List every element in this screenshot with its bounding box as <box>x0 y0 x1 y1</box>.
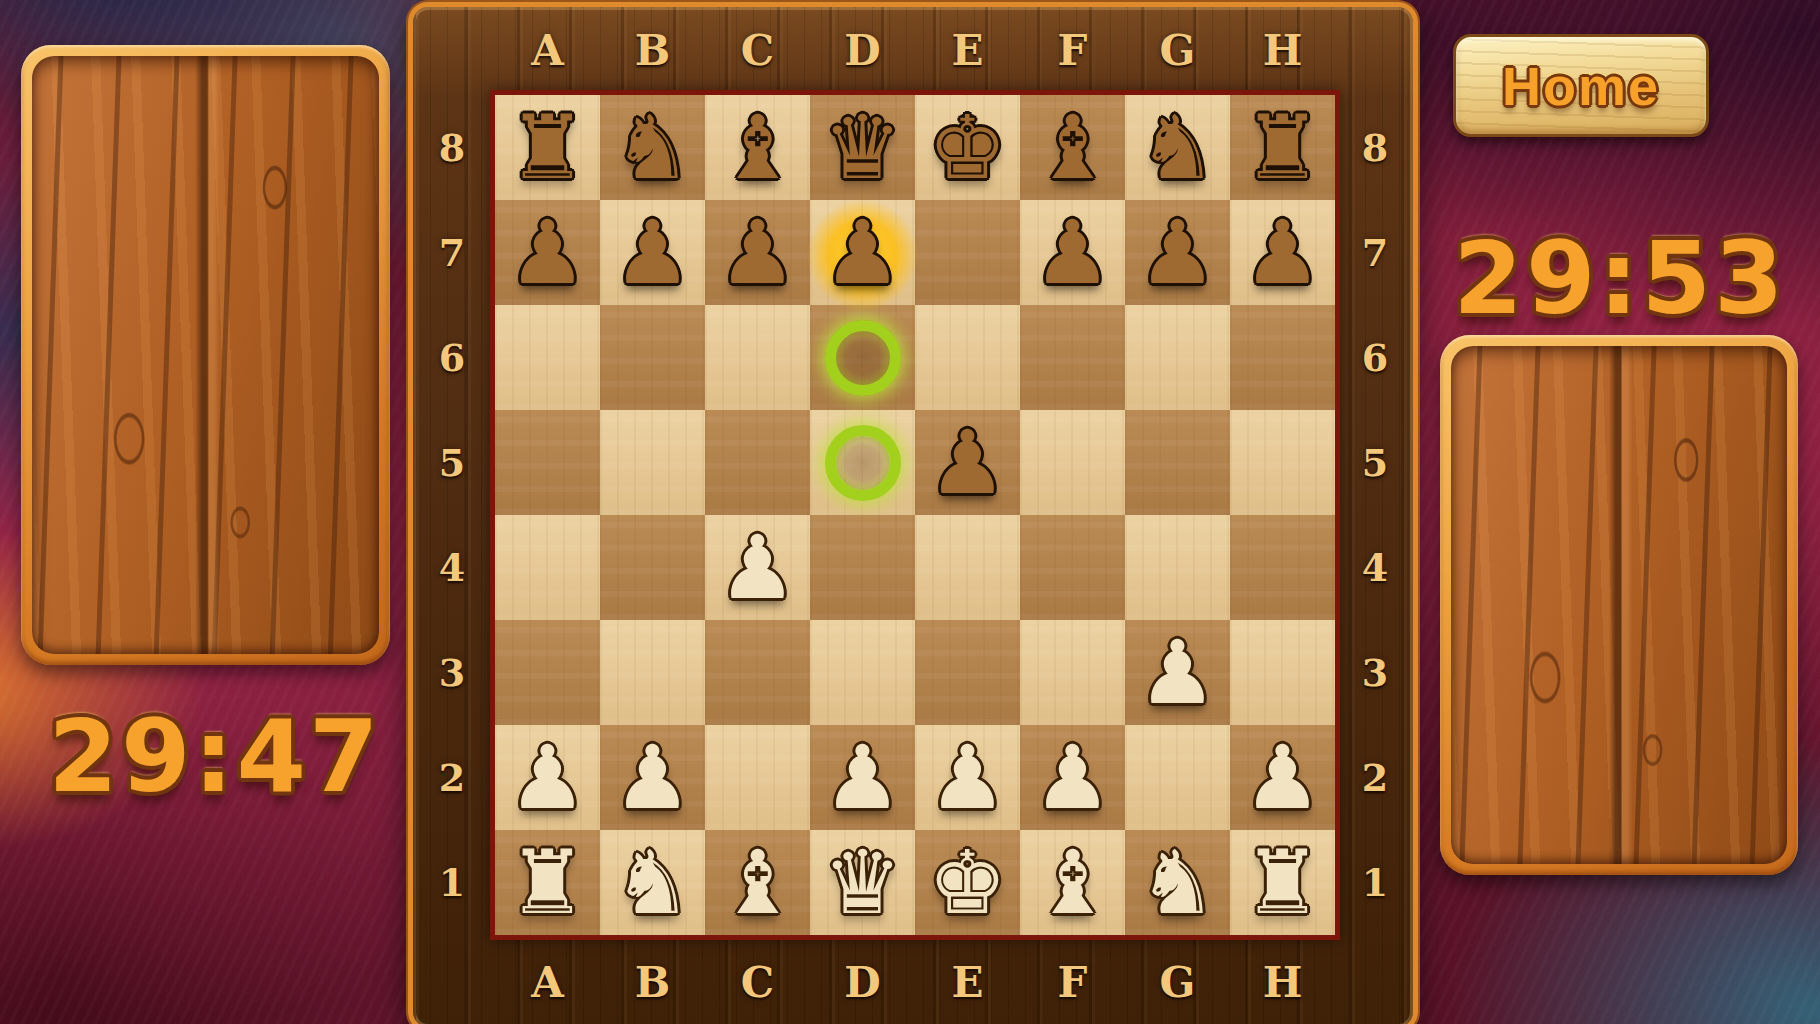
tray-right-wood-texture <box>1451 346 1787 864</box>
file-label: H <box>1230 13 1335 87</box>
piece-white-pawn[interactable]: ♟ <box>705 515 810 620</box>
file-label: E <box>915 13 1020 87</box>
piece-white-queen[interactable]: ♛ <box>810 830 915 935</box>
square-e5[interactable]: ♟ <box>915 410 1020 515</box>
file-label: F <box>1020 13 1125 87</box>
player-clock: 29:47 <box>25 698 405 815</box>
file-label: F <box>1020 945 1125 1019</box>
square-e7[interactable] <box>915 200 1020 305</box>
square-d2[interactable]: ♟ <box>810 725 915 830</box>
square-b3[interactable] <box>600 620 705 725</box>
square-f4[interactable] <box>1020 515 1125 620</box>
square-a5[interactable] <box>495 410 600 515</box>
square-h6[interactable] <box>1230 305 1335 410</box>
square-f5[interactable] <box>1020 410 1125 515</box>
piece-black-bishop[interactable]: ♝ <box>705 95 810 200</box>
piece-black-pawn[interactable]: ♟ <box>600 200 705 305</box>
piece-black-rook[interactable]: ♜ <box>1230 95 1335 200</box>
square-c7[interactable]: ♟ <box>705 200 810 305</box>
square-a4[interactable] <box>495 515 600 620</box>
piece-black-knight[interactable]: ♞ <box>1125 95 1230 200</box>
square-g7[interactable]: ♟ <box>1125 200 1230 305</box>
square-h5[interactable] <box>1230 410 1335 515</box>
square-d4[interactable] <box>810 515 915 620</box>
rank-labels-right: 87654321 <box>1341 95 1409 935</box>
square-g6[interactable] <box>1125 305 1230 410</box>
rank-label: 2 <box>1341 725 1409 830</box>
piece-black-pawn[interactable]: ♟ <box>915 410 1020 515</box>
square-a3[interactable] <box>495 620 600 725</box>
file-label: H <box>1230 945 1335 1019</box>
square-f3[interactable] <box>1020 620 1125 725</box>
square-h1[interactable]: ♜ <box>1230 830 1335 935</box>
square-a8[interactable]: ♜ <box>495 95 600 200</box>
file-label: D <box>810 945 915 1019</box>
piece-white-king[interactable]: ♚ <box>915 830 1020 935</box>
square-f8[interactable]: ♝ <box>1020 95 1125 200</box>
square-b5[interactable] <box>600 410 705 515</box>
square-a7[interactable]: ♟ <box>495 200 600 305</box>
chess-board-panel: ABCDEFGH ABCDEFGH 87654321 87654321 ♜♞♝♛… <box>408 2 1418 1024</box>
chess-board: ♜♞♝♛♚♝♞♜♟♟♟♟♟♟♟♟♟♟♟♟♟♟♟♟♜♞♝♛♚♝♞♜ <box>490 90 1340 940</box>
square-e2[interactable]: ♟ <box>915 725 1020 830</box>
square-b1[interactable]: ♞ <box>600 830 705 935</box>
square-b7[interactable]: ♟ <box>600 200 705 305</box>
square-c2[interactable] <box>705 725 810 830</box>
square-f1[interactable]: ♝ <box>1020 830 1125 935</box>
piece-black-pawn[interactable]: ♟ <box>1230 200 1335 305</box>
piece-black-king[interactable]: ♚ <box>915 95 1020 200</box>
square-e8[interactable]: ♚ <box>915 95 1020 200</box>
square-g8[interactable]: ♞ <box>1125 95 1230 200</box>
legal-move-indicator[interactable] <box>825 425 901 501</box>
rank-label: 3 <box>1341 620 1409 725</box>
square-g3[interactable]: ♟ <box>1125 620 1230 725</box>
square-b2[interactable]: ♟ <box>600 725 705 830</box>
legal-move-indicator[interactable] <box>825 320 901 396</box>
file-labels-bottom: ABCDEFGH <box>495 945 1335 1019</box>
rank-label: 3 <box>417 620 487 725</box>
square-a2[interactable]: ♟ <box>495 725 600 830</box>
piece-white-rook[interactable]: ♜ <box>495 830 600 935</box>
file-label: E <box>915 945 1020 1019</box>
piece-white-bishop[interactable]: ♝ <box>1020 830 1125 935</box>
square-b8[interactable]: ♞ <box>600 95 705 200</box>
rank-label: 8 <box>417 95 487 200</box>
tray-left-wood-texture <box>32 56 379 654</box>
rank-label: 4 <box>417 515 487 620</box>
piece-black-queen[interactable]: ♛ <box>810 95 915 200</box>
board-grid: ♜♞♝♛♚♝♞♜♟♟♟♟♟♟♟♟♟♟♟♟♟♟♟♟♜♞♝♛♚♝♞♜ <box>495 95 1335 935</box>
square-h8[interactable]: ♜ <box>1230 95 1335 200</box>
piece-black-pawn[interactable]: ♟ <box>495 200 600 305</box>
captured-pieces-tray-right <box>1440 335 1798 875</box>
rank-label: 8 <box>1341 95 1409 200</box>
rank-label: 1 <box>1341 830 1409 935</box>
home-button[interactable]: Home <box>1453 34 1709 137</box>
file-label: A <box>495 13 600 87</box>
square-h3[interactable] <box>1230 620 1335 725</box>
square-e4[interactable] <box>915 515 1020 620</box>
square-c5[interactable] <box>705 410 810 515</box>
square-d8[interactable]: ♛ <box>810 95 915 200</box>
file-label: C <box>705 13 810 87</box>
square-d6[interactable] <box>810 305 915 410</box>
file-label: G <box>1125 945 1230 1019</box>
square-g4[interactable] <box>1125 515 1230 620</box>
piece-black-bishop[interactable]: ♝ <box>1020 95 1125 200</box>
piece-white-pawn[interactable]: ♟ <box>1230 725 1335 830</box>
piece-white-knight[interactable]: ♞ <box>600 830 705 935</box>
home-button-label: Home <box>1502 55 1660 117</box>
rank-label: 5 <box>417 410 487 515</box>
piece-black-knight[interactable]: ♞ <box>600 95 705 200</box>
game-screen: 29:47 ABCDEFGH ABCDEFGH 87654321 8765432… <box>0 0 1820 1024</box>
piece-black-pawn[interactable]: ♟ <box>1020 200 1125 305</box>
square-g1[interactable]: ♞ <box>1125 830 1230 935</box>
square-e3[interactable] <box>915 620 1020 725</box>
piece-black-pawn[interactable]: ♟ <box>1125 200 1230 305</box>
piece-white-knight[interactable]: ♞ <box>1125 830 1230 935</box>
rank-label: 7 <box>417 200 487 305</box>
file-label: C <box>705 945 810 1019</box>
square-h4[interactable] <box>1230 515 1335 620</box>
file-label: G <box>1125 13 1230 87</box>
square-f2[interactable]: ♟ <box>1020 725 1125 830</box>
file-labels-top: ABCDEFGH <box>495 13 1335 87</box>
rank-labels-left: 87654321 <box>417 95 487 935</box>
piece-white-pawn[interactable]: ♟ <box>600 725 705 830</box>
piece-white-pawn[interactable]: ♟ <box>1125 620 1230 725</box>
rank-label: 6 <box>417 305 487 410</box>
rank-label: 2 <box>417 725 487 830</box>
square-c1[interactable]: ♝ <box>705 830 810 935</box>
square-a6[interactable] <box>495 305 600 410</box>
square-g5[interactable] <box>1125 410 1230 515</box>
rank-label: 1 <box>417 830 487 935</box>
opponent-clock: 29:53 <box>1440 220 1800 337</box>
piece-white-rook[interactable]: ♜ <box>1230 830 1335 935</box>
square-c6[interactable] <box>705 305 810 410</box>
square-d5[interactable] <box>810 410 915 515</box>
square-b6[interactable] <box>600 305 705 410</box>
square-g2[interactable] <box>1125 725 1230 830</box>
file-label: D <box>810 13 915 87</box>
file-label: A <box>495 945 600 1019</box>
piece-black-pawn[interactable]: ♟ <box>810 200 915 305</box>
square-c3[interactable] <box>705 620 810 725</box>
square-h7[interactable]: ♟ <box>1230 200 1335 305</box>
square-f7[interactable]: ♟ <box>1020 200 1125 305</box>
file-label: B <box>600 945 705 1019</box>
piece-white-pawn[interactable]: ♟ <box>1020 725 1125 830</box>
file-label: B <box>600 13 705 87</box>
rank-label: 7 <box>1341 200 1409 305</box>
square-c8[interactable]: ♝ <box>705 95 810 200</box>
square-h2[interactable]: ♟ <box>1230 725 1335 830</box>
piece-black-rook[interactable]: ♜ <box>495 95 600 200</box>
piece-white-pawn[interactable]: ♟ <box>915 725 1020 830</box>
rank-label: 4 <box>1341 515 1409 620</box>
piece-white-pawn[interactable]: ♟ <box>810 725 915 830</box>
captured-pieces-tray-left <box>21 45 390 665</box>
rank-label: 6 <box>1341 305 1409 410</box>
square-d7[interactable]: ♟ <box>810 200 915 305</box>
piece-white-pawn[interactable]: ♟ <box>495 725 600 830</box>
square-a1[interactable]: ♜ <box>495 830 600 935</box>
piece-black-pawn[interactable]: ♟ <box>705 200 810 305</box>
square-b4[interactable] <box>600 515 705 620</box>
square-d3[interactable] <box>810 620 915 725</box>
square-e1[interactable]: ♚ <box>915 830 1020 935</box>
square-c4[interactable]: ♟ <box>705 515 810 620</box>
piece-white-bishop[interactable]: ♝ <box>705 830 810 935</box>
square-d1[interactable]: ♛ <box>810 830 915 935</box>
square-f6[interactable] <box>1020 305 1125 410</box>
square-e6[interactable] <box>915 305 1020 410</box>
rank-label: 5 <box>1341 410 1409 515</box>
